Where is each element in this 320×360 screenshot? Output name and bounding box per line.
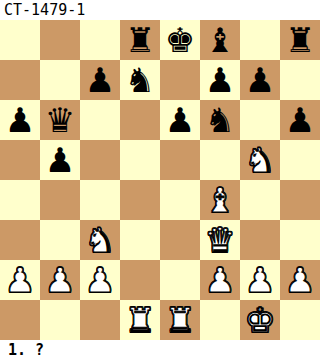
square-d2[interactable] — [120, 260, 160, 300]
square-a1[interactable] — [0, 300, 40, 340]
square-e2[interactable] — [160, 260, 200, 300]
square-h2[interactable]: ♟ — [280, 260, 320, 300]
square-g7[interactable]: ♟ — [240, 60, 280, 100]
piece-black-bishop: ♝ — [205, 20, 235, 60]
piece-black-pawn: ♟ — [5, 100, 35, 140]
square-d1[interactable]: ♜ — [120, 300, 160, 340]
square-a4[interactable] — [0, 180, 40, 220]
square-d3[interactable] — [120, 220, 160, 260]
square-b8[interactable] — [40, 20, 80, 60]
move-prompt: 1. ? — [8, 341, 44, 359]
square-e4[interactable] — [160, 180, 200, 220]
square-f2[interactable]: ♟ — [200, 260, 240, 300]
square-c5[interactable] — [80, 140, 120, 180]
piece-black-knight: ♞ — [125, 60, 155, 100]
piece-black-pawn: ♟ — [205, 60, 235, 100]
square-c6[interactable] — [80, 100, 120, 140]
piece-black-rook: ♜ — [125, 20, 155, 60]
piece-white-king: ♚ — [245, 300, 275, 340]
square-a8[interactable] — [0, 20, 40, 60]
piece-black-king: ♚ — [165, 20, 195, 60]
piece-white-pawn: ♟ — [285, 260, 315, 300]
piece-black-queen: ♛ — [45, 100, 75, 140]
piece-black-pawn: ♟ — [285, 100, 315, 140]
square-b6[interactable]: ♛ — [40, 100, 80, 140]
square-c8[interactable] — [80, 20, 120, 60]
square-h6[interactable]: ♟ — [280, 100, 320, 140]
square-f6[interactable]: ♞ — [200, 100, 240, 140]
piece-white-pawn: ♟ — [45, 260, 75, 300]
square-h5[interactable] — [280, 140, 320, 180]
square-h4[interactable] — [280, 180, 320, 220]
square-e5[interactable] — [160, 140, 200, 180]
square-a2[interactable]: ♟ — [0, 260, 40, 300]
square-a3[interactable] — [0, 220, 40, 260]
square-d5[interactable] — [120, 140, 160, 180]
puzzle-title-bar: CT-1479-1 — [0, 0, 320, 20]
piece-white-pawn: ♟ — [5, 260, 35, 300]
piece-white-bishop: ♝ — [205, 180, 235, 220]
move-prompt-bar: 1. ? — [0, 340, 320, 360]
piece-black-pawn: ♟ — [165, 100, 195, 140]
piece-white-rook: ♜ — [165, 300, 195, 340]
square-b3[interactable] — [40, 220, 80, 260]
square-g2[interactable]: ♟ — [240, 260, 280, 300]
piece-white-pawn: ♟ — [245, 260, 275, 300]
square-c3[interactable]: ♞ — [80, 220, 120, 260]
square-d6[interactable] — [120, 100, 160, 140]
square-f8[interactable]: ♝ — [200, 20, 240, 60]
square-f1[interactable] — [200, 300, 240, 340]
piece-black-rook: ♜ — [285, 20, 315, 60]
square-b2[interactable]: ♟ — [40, 260, 80, 300]
square-g3[interactable] — [240, 220, 280, 260]
square-f3[interactable]: ♛ — [200, 220, 240, 260]
square-f5[interactable] — [200, 140, 240, 180]
square-e1[interactable]: ♜ — [160, 300, 200, 340]
puzzle-id: CT-1479-1 — [4, 1, 85, 19]
square-d8[interactable]: ♜ — [120, 20, 160, 60]
square-f4[interactable]: ♝ — [200, 180, 240, 220]
piece-white-queen: ♛ — [205, 220, 235, 260]
square-e8[interactable]: ♚ — [160, 20, 200, 60]
piece-black-knight: ♞ — [205, 100, 235, 140]
square-g8[interactable] — [240, 20, 280, 60]
piece-black-pawn: ♟ — [85, 60, 115, 100]
square-g5[interactable]: ♞ — [240, 140, 280, 180]
piece-black-pawn: ♟ — [245, 60, 275, 100]
square-e3[interactable] — [160, 220, 200, 260]
square-h7[interactable] — [280, 60, 320, 100]
square-c7[interactable]: ♟ — [80, 60, 120, 100]
square-g4[interactable] — [240, 180, 280, 220]
square-c4[interactable] — [80, 180, 120, 220]
piece-white-rook: ♜ — [125, 300, 155, 340]
piece-white-pawn: ♟ — [85, 260, 115, 300]
square-b1[interactable] — [40, 300, 80, 340]
square-b4[interactable] — [40, 180, 80, 220]
square-e6[interactable]: ♟ — [160, 100, 200, 140]
piece-black-pawn: ♟ — [45, 140, 75, 180]
square-h1[interactable] — [280, 300, 320, 340]
square-g6[interactable] — [240, 100, 280, 140]
square-b5[interactable]: ♟ — [40, 140, 80, 180]
piece-white-knight: ♞ — [85, 220, 115, 260]
square-c2[interactable]: ♟ — [80, 260, 120, 300]
square-a7[interactable] — [0, 60, 40, 100]
square-a6[interactable]: ♟ — [0, 100, 40, 140]
square-b7[interactable] — [40, 60, 80, 100]
square-e7[interactable] — [160, 60, 200, 100]
square-a5[interactable] — [0, 140, 40, 180]
square-f7[interactable]: ♟ — [200, 60, 240, 100]
square-d4[interactable] — [120, 180, 160, 220]
square-g1[interactable]: ♚ — [240, 300, 280, 340]
square-h8[interactable]: ♜ — [280, 20, 320, 60]
chess-board: ♜♚♝♜♟♞♟♟♟♛♟♞♟♟♞♝♞♛♟♟♟♟♟♟♜♜♚ — [0, 20, 320, 340]
square-h3[interactable] — [280, 220, 320, 260]
square-d7[interactable]: ♞ — [120, 60, 160, 100]
piece-white-knight: ♞ — [245, 140, 275, 180]
square-c1[interactable] — [80, 300, 120, 340]
piece-white-pawn: ♟ — [205, 260, 235, 300]
